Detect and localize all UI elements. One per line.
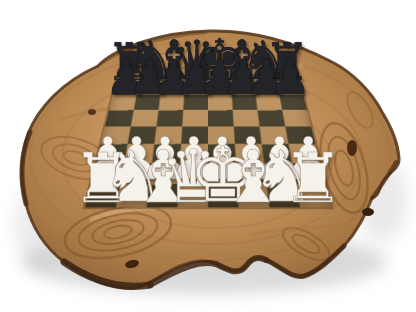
photo-scene: ♜♞♝♛♚♝♞♜♟♟♟♟♟♟♟♟♟♟♟♟♟♟♟♟♜♞♝♛♚♝♞♜ [0,0,416,312]
chess-board[interactable] [85,68,331,207]
